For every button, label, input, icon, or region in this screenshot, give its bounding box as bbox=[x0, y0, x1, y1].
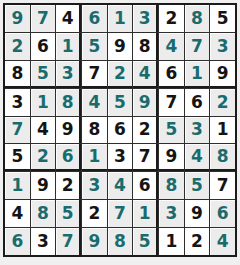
cell-r9c3[interactable]: 7 bbox=[56, 228, 81, 255]
cell-r4c7[interactable]: 7 bbox=[159, 89, 184, 116]
cell-r1c7[interactable]: 2 bbox=[159, 5, 184, 32]
cell-r3c1[interactable]: 8 bbox=[5, 61, 30, 88]
cell-r6c7[interactable]: 9 bbox=[159, 144, 184, 171]
cell-r9c2[interactable]: 3 bbox=[31, 228, 56, 255]
cell-r1c5[interactable]: 1 bbox=[108, 5, 133, 32]
cell-r3c9[interactable]: 9 bbox=[210, 61, 235, 88]
cell-r4c4[interactable]: 4 bbox=[82, 89, 107, 116]
cell-r3c6[interactable]: 4 bbox=[133, 61, 158, 88]
cell-r5c2[interactable]: 4 bbox=[31, 117, 56, 144]
cell-r1c8[interactable]: 8 bbox=[185, 5, 210, 32]
cell-r8c2[interactable]: 8 bbox=[31, 200, 56, 227]
cell-r2c4[interactable]: 5 bbox=[82, 33, 107, 60]
cell-r4c1[interactable]: 3 bbox=[5, 89, 30, 116]
cell-r5c7[interactable]: 5 bbox=[159, 117, 184, 144]
cell-r3c5[interactable]: 2 bbox=[108, 61, 133, 88]
cell-r2c1[interactable]: 2 bbox=[5, 33, 30, 60]
cell-r6c8[interactable]: 4 bbox=[185, 144, 210, 171]
cell-r1c4[interactable]: 6 bbox=[82, 5, 107, 32]
cell-r7c5[interactable]: 4 bbox=[108, 172, 133, 199]
cell-r2c3[interactable]: 1 bbox=[56, 33, 81, 60]
cell-r5c5[interactable]: 6 bbox=[108, 117, 133, 144]
cell-r8c5[interactable]: 7 bbox=[108, 200, 133, 227]
cell-r1c2[interactable]: 7 bbox=[31, 5, 56, 32]
cell-r2c5[interactable]: 9 bbox=[108, 33, 133, 60]
cell-r6c4[interactable]: 1 bbox=[82, 144, 107, 171]
cell-r4c6[interactable]: 9 bbox=[133, 89, 158, 116]
cell-r5c4[interactable]: 8 bbox=[82, 117, 107, 144]
cell-r1c1[interactable]: 9 bbox=[5, 5, 30, 32]
cell-r1c6[interactable]: 3 bbox=[133, 5, 158, 32]
cell-r5c8[interactable]: 3 bbox=[185, 117, 210, 144]
cell-r6c9[interactable]: 8 bbox=[210, 144, 235, 171]
cell-r8c7[interactable]: 3 bbox=[159, 200, 184, 227]
cell-r6c3[interactable]: 6 bbox=[56, 144, 81, 171]
cell-r4c3[interactable]: 8 bbox=[56, 89, 81, 116]
cell-r9c9[interactable]: 4 bbox=[210, 228, 235, 255]
cell-r2c7[interactable]: 4 bbox=[159, 33, 184, 60]
cell-r7c3[interactable]: 2 bbox=[56, 172, 81, 199]
cell-r3c7[interactable]: 6 bbox=[159, 61, 184, 88]
sudoku-board: 9746132852615984738537246193184597627498… bbox=[3, 3, 237, 257]
cell-r8c6[interactable]: 1 bbox=[133, 200, 158, 227]
cell-r8c8[interactable]: 9 bbox=[185, 200, 210, 227]
cell-r9c5[interactable]: 8 bbox=[108, 228, 133, 255]
cell-r2c8[interactable]: 7 bbox=[185, 33, 210, 60]
cell-r9c4[interactable]: 9 bbox=[82, 228, 107, 255]
cell-r7c9[interactable]: 7 bbox=[210, 172, 235, 199]
cell-r4c9[interactable]: 2 bbox=[210, 89, 235, 116]
cell-r4c5[interactable]: 5 bbox=[108, 89, 133, 116]
cell-r5c3[interactable]: 9 bbox=[56, 117, 81, 144]
cell-r4c2[interactable]: 1 bbox=[31, 89, 56, 116]
cell-r6c6[interactable]: 7 bbox=[133, 144, 158, 171]
cell-r3c4[interactable]: 7 bbox=[82, 61, 107, 88]
cell-r6c2[interactable]: 2 bbox=[31, 144, 56, 171]
cell-r8c9[interactable]: 6 bbox=[210, 200, 235, 227]
cell-r7c8[interactable]: 5 bbox=[185, 172, 210, 199]
cell-r2c6[interactable]: 8 bbox=[133, 33, 158, 60]
cell-r2c2[interactable]: 6 bbox=[31, 33, 56, 60]
cell-r2c9[interactable]: 3 bbox=[210, 33, 235, 60]
cell-r1c3[interactable]: 4 bbox=[56, 5, 81, 32]
cell-r8c3[interactable]: 5 bbox=[56, 200, 81, 227]
cell-r5c1[interactable]: 7 bbox=[5, 117, 30, 144]
cell-r5c9[interactable]: 1 bbox=[210, 117, 235, 144]
cell-r3c8[interactable]: 1 bbox=[185, 61, 210, 88]
cell-r6c5[interactable]: 3 bbox=[108, 144, 133, 171]
cell-r9c1[interactable]: 6 bbox=[5, 228, 30, 255]
cell-r9c6[interactable]: 5 bbox=[133, 228, 158, 255]
cell-r8c1[interactable]: 4 bbox=[5, 200, 30, 227]
cell-r9c7[interactable]: 1 bbox=[159, 228, 184, 255]
cell-r8c4[interactable]: 2 bbox=[82, 200, 107, 227]
cell-r3c2[interactable]: 5 bbox=[31, 61, 56, 88]
cell-r7c2[interactable]: 9 bbox=[31, 172, 56, 199]
cell-r7c1[interactable]: 1 bbox=[5, 172, 30, 199]
cell-r4c8[interactable]: 6 bbox=[185, 89, 210, 116]
cell-r6c1[interactable]: 5 bbox=[5, 144, 30, 171]
cell-r7c7[interactable]: 8 bbox=[159, 172, 184, 199]
cell-r3c3[interactable]: 3 bbox=[56, 61, 81, 88]
cell-r7c4[interactable]: 3 bbox=[82, 172, 107, 199]
cell-r5c6[interactable]: 2 bbox=[133, 117, 158, 144]
cell-r7c6[interactable]: 6 bbox=[133, 172, 158, 199]
cell-r1c9[interactable]: 5 bbox=[210, 5, 235, 32]
cell-r9c8[interactable]: 2 bbox=[185, 228, 210, 255]
